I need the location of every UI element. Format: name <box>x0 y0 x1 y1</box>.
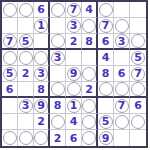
cell-r4c2[interactable] <box>18 50 34 66</box>
cell-r9c3[interactable] <box>34 130 50 146</box>
cell-r8c8[interactable] <box>114 114 130 130</box>
given-digit: 4 <box>70 116 78 127</box>
cell-r3c4[interactable] <box>50 34 66 50</box>
given-digit: 2 <box>85 84 93 95</box>
given-digit: 7 <box>118 100 126 111</box>
cell-r9c5[interactable]: 6 <box>66 130 82 146</box>
cell-r6c3[interactable]: 8 <box>34 82 50 98</box>
cell-r6c1[interactable]: 6 <box>2 82 18 98</box>
cell-r5c9[interactable]: 7 <box>130 66 146 82</box>
cell-r2c9[interactable] <box>130 18 146 34</box>
cell-r5c6[interactable] <box>82 66 98 82</box>
cell-r4c7[interactable]: 4 <box>98 50 114 66</box>
cell-r3c6[interactable]: 8 <box>82 34 98 50</box>
cell-r2c6[interactable] <box>82 18 98 34</box>
given-digit: 2 <box>37 116 45 127</box>
cell-r3c9[interactable] <box>130 34 146 50</box>
cell-r8c9[interactable] <box>130 114 146 130</box>
cell-r9c9[interactable] <box>130 130 146 146</box>
odd-circle <box>131 34 145 48</box>
given-digit: 1 <box>70 100 78 111</box>
cell-r8c7[interactable]: 5 <box>98 114 114 130</box>
cell-r2c2[interactable] <box>18 18 34 34</box>
cell-r1c5[interactable]: 7 <box>66 2 82 18</box>
given-digit: 2 <box>54 133 62 144</box>
cell-r4c3[interactable] <box>34 50 50 66</box>
sudoku-board: 6741377528633455239867682398176245269 <box>0 0 148 148</box>
cell-r7c5[interactable]: 1 <box>66 98 82 114</box>
odd-circle <box>3 131 17 145</box>
cell-r2c4[interactable] <box>50 18 66 34</box>
cell-r1c3[interactable]: 6 <box>34 2 50 18</box>
cell-r3c5[interactable]: 2 <box>66 34 82 50</box>
given-digit: 3 <box>70 20 78 31</box>
cell-r7c1[interactable] <box>2 98 18 114</box>
odd-circle <box>115 19 129 33</box>
cell-r2c8[interactable] <box>114 18 130 34</box>
odd-circle <box>99 82 113 96</box>
cell-r5c5[interactable]: 9 <box>66 66 82 82</box>
cell-r3c7[interactable]: 6 <box>98 34 114 50</box>
odd-circle <box>3 3 17 17</box>
odd-circle <box>115 82 129 96</box>
cell-r7c4[interactable]: 8 <box>50 98 66 114</box>
given-digit: 7 <box>102 20 110 31</box>
cell-r3c3[interactable] <box>34 34 50 50</box>
cell-r2c5[interactable]: 3 <box>66 18 82 34</box>
cell-r8c1[interactable] <box>2 114 18 130</box>
given-digit: 4 <box>102 52 110 63</box>
cell-r8c6[interactable] <box>82 114 98 130</box>
cell-r3c2[interactable]: 5 <box>18 34 34 50</box>
odd-circle <box>82 115 96 129</box>
given-digit: 2 <box>22 68 30 79</box>
given-digit: 6 <box>70 133 78 144</box>
odd-circle <box>99 3 113 17</box>
given-digit: 6 <box>37 4 45 15</box>
given-digit: 5 <box>22 36 30 47</box>
given-digit: 8 <box>54 100 62 111</box>
given-digit: 3 <box>118 36 126 47</box>
cell-r1c9[interactable] <box>130 2 146 18</box>
given-digit: 6 <box>118 68 126 79</box>
given-digit: 4 <box>85 4 93 15</box>
cell-r5c1[interactable]: 5 <box>2 66 18 82</box>
cell-r9c1[interactable] <box>2 130 18 146</box>
odd-circle <box>131 82 145 96</box>
cell-r9c7[interactable]: 9 <box>98 130 114 146</box>
cell-r4c9[interactable]: 5 <box>130 50 146 66</box>
given-digit: 5 <box>134 52 142 63</box>
cell-r1c8[interactable] <box>114 2 130 18</box>
cell-r7c2[interactable]: 3 <box>18 98 34 114</box>
given-digit: 3 <box>54 52 62 63</box>
cell-r6c7[interactable] <box>98 82 114 98</box>
odd-circle <box>19 131 33 145</box>
cell-r6c9[interactable] <box>130 82 146 98</box>
given-digit: 7 <box>134 68 142 79</box>
odd-circle <box>3 51 17 65</box>
given-digit: 3 <box>37 68 45 79</box>
cell-r4c5[interactable] <box>66 50 82 66</box>
given-digit: 1 <box>37 20 45 31</box>
odd-circle <box>115 115 129 129</box>
odd-circle <box>34 131 48 145</box>
cell-r9c6[interactable] <box>82 130 98 146</box>
odd-circle <box>82 99 96 113</box>
cell-r5c2[interactable]: 2 <box>18 66 34 82</box>
odd-circle <box>51 3 65 17</box>
given-digit: 5 <box>102 116 110 127</box>
cell-r4c1[interactable] <box>2 50 18 66</box>
given-digit: 9 <box>102 133 110 144</box>
cell-r1c4[interactable] <box>50 2 66 18</box>
cell-r7c8[interactable]: 7 <box>114 98 130 114</box>
odd-circle <box>131 115 145 129</box>
odd-circle <box>51 82 65 96</box>
cell-r5c3[interactable]: 3 <box>34 66 50 82</box>
given-digit: 6 <box>102 36 110 47</box>
cell-r4c4[interactable]: 3 <box>50 50 66 66</box>
odd-circle <box>82 67 96 81</box>
given-digit: 3 <box>22 100 30 111</box>
cell-r7c3[interactable]: 9 <box>34 98 50 114</box>
cell-r7c9[interactable]: 6 <box>130 98 146 114</box>
given-digit: 9 <box>37 100 45 111</box>
cell-r2c1[interactable] <box>2 18 18 34</box>
cell-r4c6[interactable] <box>82 50 98 66</box>
given-digit: 8 <box>102 68 110 79</box>
cell-r9c2[interactable] <box>18 130 34 146</box>
cell-r9c8[interactable] <box>114 130 130 146</box>
cell-r5c8[interactable]: 6 <box>114 66 130 82</box>
cell-r6c2[interactable] <box>18 82 34 98</box>
cell-r7c6[interactable] <box>82 98 98 114</box>
odd-circle <box>19 51 33 65</box>
cell-r8c4[interactable] <box>50 114 66 130</box>
odd-circle <box>82 19 96 33</box>
given-digit: 6 <box>6 84 14 95</box>
given-digit: 9 <box>70 68 78 79</box>
cell-r1c7[interactable] <box>98 2 114 18</box>
given-digit: 6 <box>134 100 142 111</box>
cell-r1c1[interactable] <box>2 2 18 18</box>
odd-circle <box>34 51 48 65</box>
cell-r5c7[interactable]: 8 <box>98 66 114 82</box>
given-digit: 8 <box>85 36 93 47</box>
cell-r8c3[interactable]: 2 <box>34 114 50 130</box>
given-digit: 5 <box>6 68 14 79</box>
cell-r8c5[interactable]: 4 <box>66 114 82 130</box>
cell-r2c3[interactable]: 1 <box>34 18 50 34</box>
cell-r6c6[interactable]: 2 <box>82 82 98 98</box>
cell-r9c4[interactable]: 2 <box>50 130 66 146</box>
cell-r6c8[interactable] <box>114 82 130 98</box>
odd-circle <box>19 3 33 17</box>
cell-r1c6[interactable]: 4 <box>82 2 98 18</box>
odd-circle <box>82 131 96 145</box>
cell-r4c8[interactable] <box>114 50 130 66</box>
given-digit: 2 <box>70 36 78 47</box>
cell-r7c7[interactable] <box>98 98 114 114</box>
given-digit: 7 <box>6 36 14 47</box>
cell-r5c4[interactable] <box>50 66 66 82</box>
cell-r1c2[interactable] <box>18 2 34 18</box>
odd-circle <box>51 34 65 48</box>
cell-r2c7[interactable]: 7 <box>98 18 114 34</box>
odd-circle <box>51 115 65 129</box>
odd-circle <box>67 82 81 96</box>
given-digit: 8 <box>37 84 45 95</box>
cell-r6c4[interactable] <box>50 82 66 98</box>
cell-r3c8[interactable]: 3 <box>114 34 130 50</box>
cell-r6c5[interactable] <box>66 82 82 98</box>
cell-r3c1[interactable]: 7 <box>2 34 18 50</box>
cell-r8c2[interactable] <box>18 114 34 130</box>
given-digit: 7 <box>70 4 78 15</box>
